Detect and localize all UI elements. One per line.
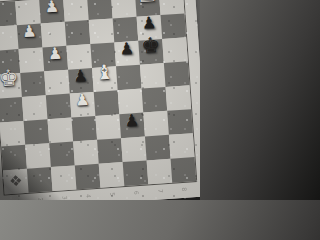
black-pawn-d5[interactable]: ♟ bbox=[73, 68, 88, 85]
square-g1[interactable] bbox=[147, 159, 173, 185]
square-c4[interactable] bbox=[46, 94, 72, 120]
square-b5[interactable] bbox=[20, 71, 46, 97]
square-a3[interactable] bbox=[0, 121, 25, 147]
square-g4[interactable] bbox=[142, 87, 168, 113]
square-d3[interactable] bbox=[71, 116, 97, 142]
board-scene: ∿∿∿∿∿∿ 12345678 ❖♟♜♟♟♟♟♚♚♟♝♟♟ bbox=[0, 0, 200, 200]
square-a4[interactable] bbox=[0, 97, 24, 123]
white-pawn-b7[interactable]: ♟ bbox=[22, 23, 37, 40]
square-b1[interactable] bbox=[27, 167, 53, 193]
square-h1[interactable] bbox=[171, 157, 197, 183]
square-b6[interactable] bbox=[19, 47, 45, 73]
white-pawn-d4[interactable]: ♟ bbox=[75, 92, 90, 109]
chess-board: ❖♟♜♟♟♟♟♚♚♟♝♟♟ bbox=[0, 0, 196, 194]
white-rook-g8[interactable]: ♜ bbox=[135, 0, 158, 6]
square-h7[interactable] bbox=[161, 13, 187, 39]
square-c5[interactable] bbox=[44, 70, 70, 96]
square-b4[interactable] bbox=[22, 95, 48, 121]
coordinate-label-6: 6 bbox=[133, 191, 140, 195]
square-f5[interactable] bbox=[116, 65, 142, 91]
square-g2[interactable] bbox=[145, 135, 171, 161]
square-f8[interactable] bbox=[111, 0, 137, 18]
square-g5[interactable] bbox=[140, 63, 166, 89]
square-h3[interactable] bbox=[167, 109, 193, 135]
maker-emblem-icon: ❖ bbox=[9, 174, 23, 190]
square-e2[interactable] bbox=[97, 138, 123, 164]
square-h2[interactable] bbox=[169, 133, 195, 159]
white-pawn-c8[interactable]: ♟ bbox=[44, 0, 59, 16]
square-a7[interactable] bbox=[0, 25, 19, 51]
square-e4[interactable] bbox=[94, 90, 120, 116]
white-king-a5[interactable]: ♚ bbox=[0, 67, 19, 90]
square-e7[interactable] bbox=[89, 18, 115, 44]
black-pawn-f6[interactable]: ♟ bbox=[119, 40, 134, 57]
square-f1[interactable] bbox=[123, 160, 149, 186]
square-c1[interactable] bbox=[51, 165, 77, 191]
square-b3[interactable] bbox=[24, 119, 50, 145]
square-h5[interactable] bbox=[164, 61, 190, 87]
black-pawn-g7[interactable]: ♟ bbox=[141, 15, 156, 32]
square-h6[interactable] bbox=[162, 37, 188, 63]
square-e3[interactable] bbox=[95, 114, 121, 140]
square-a1[interactable]: ❖ bbox=[3, 169, 29, 195]
coordinate-label-7: 7 bbox=[157, 189, 164, 193]
square-d8[interactable] bbox=[63, 0, 89, 22]
square-f2[interactable] bbox=[121, 136, 147, 162]
square-c2[interactable] bbox=[49, 141, 75, 167]
chessboard-photo: { "game": "chess", "scene_description": … bbox=[0, 0, 200, 200]
black-pawn-f3[interactable]: ♟ bbox=[124, 112, 139, 129]
coordinate-label-8: 8 bbox=[181, 187, 188, 191]
square-a2[interactable] bbox=[1, 145, 27, 171]
square-h4[interactable] bbox=[166, 85, 192, 111]
square-e1[interactable] bbox=[99, 162, 125, 188]
coordinate-label-1: 1 bbox=[14, 199, 21, 200]
square-g3[interactable] bbox=[143, 111, 169, 137]
square-d7[interactable] bbox=[65, 20, 91, 46]
coordinate-label-4: 4 bbox=[85, 194, 92, 198]
coordinate-label-5: 5 bbox=[109, 192, 116, 196]
white-bishop-e5[interactable]: ♝ bbox=[95, 62, 114, 83]
square-d1[interactable] bbox=[75, 164, 101, 190]
square-d2[interactable] bbox=[73, 140, 99, 166]
square-a8[interactable] bbox=[0, 1, 17, 27]
square-e8[interactable] bbox=[87, 0, 113, 20]
white-pawn-c6[interactable]: ♟ bbox=[47, 45, 62, 62]
black-king-g6[interactable]: ♚ bbox=[141, 35, 161, 57]
square-b2[interactable] bbox=[25, 143, 51, 169]
coordinate-label-2: 2 bbox=[37, 197, 44, 200]
coordinate-label-3: 3 bbox=[61, 196, 68, 200]
square-c3[interactable] bbox=[48, 118, 74, 144]
